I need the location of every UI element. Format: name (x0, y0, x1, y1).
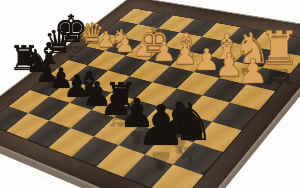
chess-set-photo: ♜♛♟♞♟♟♚♟♝♟♟♝♟♞♞♟♜♜♚♚♛♝♞♜♟♟♟♝♟♜♜♟♟♟♟♟♟♟♞♞ (0, 0, 300, 188)
board-frame (0, 0, 300, 188)
chess-board (0, 8, 300, 188)
